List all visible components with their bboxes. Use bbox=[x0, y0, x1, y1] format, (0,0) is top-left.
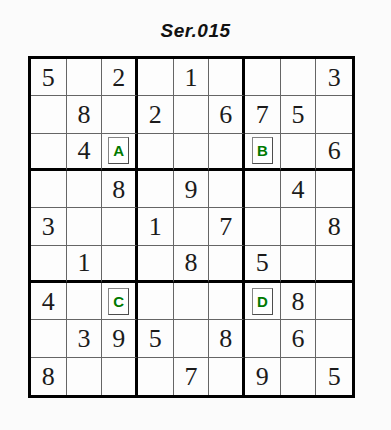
cell-r6c8[interactable] bbox=[281, 246, 317, 283]
marker-letter: D bbox=[257, 294, 268, 309]
cell-value: 3 bbox=[42, 213, 55, 240]
marker-letter: A bbox=[113, 143, 124, 158]
cell-r7c3[interactable]: C bbox=[102, 283, 138, 320]
cell-r3c4[interactable] bbox=[138, 134, 174, 171]
cell-value: 7 bbox=[256, 101, 269, 128]
cell-r7c8[interactable]: 8 bbox=[281, 283, 317, 320]
cell-value: 5 bbox=[291, 101, 304, 128]
cell-r9c6[interactable] bbox=[209, 358, 245, 395]
cell-r2c6[interactable]: 6 bbox=[209, 96, 245, 133]
cell-r8c4[interactable]: 5 bbox=[138, 320, 174, 357]
cell-r4c1[interactable] bbox=[31, 171, 67, 208]
cell-value: 2 bbox=[149, 101, 162, 128]
cell-r8c7[interactable] bbox=[245, 320, 281, 357]
cell-r5c3[interactable] bbox=[102, 208, 138, 245]
cell-r3c7[interactable]: B bbox=[245, 134, 281, 171]
cell-value: 1 bbox=[184, 64, 197, 91]
cell-r7c4[interactable] bbox=[138, 283, 174, 320]
cell-r3c8[interactable] bbox=[281, 134, 317, 171]
cell-r1c4[interactable] bbox=[138, 59, 174, 96]
cell-r9c4[interactable] bbox=[138, 358, 174, 395]
cell-r3c6[interactable] bbox=[209, 134, 245, 171]
cell-r8c8[interactable]: 6 bbox=[281, 320, 317, 357]
cell-r1c6[interactable] bbox=[209, 59, 245, 96]
cell-r2c1[interactable] bbox=[31, 96, 67, 133]
cell-value: 7 bbox=[184, 363, 197, 390]
marker-letter: B bbox=[257, 143, 268, 158]
cell-r3c2[interactable]: 4 bbox=[67, 134, 103, 171]
cell-r9c3[interactable] bbox=[102, 358, 138, 395]
puzzle-title: Ser.015 bbox=[0, 20, 391, 42]
cell-r1c7[interactable] bbox=[245, 59, 281, 96]
cell-r5c8[interactable] bbox=[281, 208, 317, 245]
cell-r1c2[interactable] bbox=[67, 59, 103, 96]
cell-value: 5 bbox=[328, 363, 341, 390]
cell-r4c7[interactable] bbox=[245, 171, 281, 208]
cell-value: 8 bbox=[328, 213, 341, 240]
cell-r6c7[interactable]: 5 bbox=[245, 246, 281, 283]
cell-value: 8 bbox=[112, 176, 125, 203]
cell-r2c9[interactable] bbox=[316, 96, 352, 133]
cell-r9c9[interactable]: 5 bbox=[316, 358, 352, 395]
cell-r8c6[interactable]: 8 bbox=[209, 320, 245, 357]
cell-r6c1[interactable] bbox=[31, 246, 67, 283]
cell-r7c5[interactable] bbox=[174, 283, 210, 320]
cell-r5c1[interactable]: 3 bbox=[31, 208, 67, 245]
cell-r4c4[interactable] bbox=[138, 171, 174, 208]
cell-value: 6 bbox=[219, 101, 232, 128]
sudoku-page: Ser.015 5213826754AB689431781854CD839586… bbox=[0, 0, 391, 430]
cell-r5c5[interactable] bbox=[174, 208, 210, 245]
cell-value: 5 bbox=[256, 249, 269, 276]
cell-r4c9[interactable] bbox=[316, 171, 352, 208]
cell-value: 1 bbox=[149, 213, 162, 240]
cell-value: 8 bbox=[77, 101, 90, 128]
cell-r1c5[interactable]: 1 bbox=[174, 59, 210, 96]
cell-value: 6 bbox=[291, 325, 304, 352]
cell-r5c4[interactable]: 1 bbox=[138, 208, 174, 245]
cell-r2c3[interactable] bbox=[102, 96, 138, 133]
marker-box-a[interactable]: A bbox=[108, 137, 129, 164]
cell-r5c7[interactable] bbox=[245, 208, 281, 245]
cell-r6c9[interactable] bbox=[316, 246, 352, 283]
cell-r9c1[interactable]: 8 bbox=[31, 358, 67, 395]
cell-r1c3[interactable]: 2 bbox=[102, 59, 138, 96]
cell-value: 6 bbox=[328, 137, 341, 164]
cell-r1c9[interactable]: 3 bbox=[316, 59, 352, 96]
cell-value: 8 bbox=[291, 288, 304, 315]
marker-letter: C bbox=[113, 294, 124, 309]
cell-value: 8 bbox=[184, 249, 197, 276]
cell-r1c1[interactable]: 5 bbox=[31, 59, 67, 96]
cell-value: 3 bbox=[77, 325, 90, 352]
cell-r6c3[interactable] bbox=[102, 246, 138, 283]
cell-r9c2[interactable] bbox=[67, 358, 103, 395]
cell-r3c3[interactable]: A bbox=[102, 134, 138, 171]
sudoku-board: 5213826754AB689431781854CD8395868795 bbox=[28, 56, 355, 398]
cell-value: 9 bbox=[112, 325, 125, 352]
cell-r6c6[interactable] bbox=[209, 246, 245, 283]
cell-r4c6[interactable] bbox=[209, 171, 245, 208]
cell-r7c6[interactable] bbox=[209, 283, 245, 320]
cell-r8c2[interactable]: 3 bbox=[67, 320, 103, 357]
cell-r9c5[interactable]: 7 bbox=[174, 358, 210, 395]
cell-r2c5[interactable] bbox=[174, 96, 210, 133]
cell-r2c2[interactable]: 8 bbox=[67, 96, 103, 133]
cell-r8c5[interactable] bbox=[174, 320, 210, 357]
cell-r5c6[interactable]: 7 bbox=[209, 208, 245, 245]
cell-r8c1[interactable] bbox=[31, 320, 67, 357]
cell-r6c5[interactable]: 8 bbox=[174, 246, 210, 283]
marker-box-d[interactable]: D bbox=[252, 288, 273, 315]
cell-value: 7 bbox=[219, 213, 232, 240]
cell-value: 8 bbox=[219, 325, 232, 352]
cell-r2c8[interactable]: 5 bbox=[281, 96, 317, 133]
cell-r7c2[interactable] bbox=[67, 283, 103, 320]
cell-r8c9[interactable] bbox=[316, 320, 352, 357]
marker-box-b[interactable]: B bbox=[252, 137, 273, 164]
cell-value: 4 bbox=[291, 176, 304, 203]
cell-r1c8[interactable] bbox=[281, 59, 317, 96]
cell-r2c4[interactable]: 2 bbox=[138, 96, 174, 133]
cell-value: 5 bbox=[149, 325, 162, 352]
marker-box-c[interactable]: C bbox=[108, 288, 129, 315]
cell-r3c1[interactable] bbox=[31, 134, 67, 171]
cell-r8c3[interactable]: 9 bbox=[102, 320, 138, 357]
cell-value: 1 bbox=[77, 249, 90, 276]
cell-r9c7[interactable]: 9 bbox=[245, 358, 281, 395]
cell-r4c2[interactable] bbox=[67, 171, 103, 208]
cell-r5c2[interactable] bbox=[67, 208, 103, 245]
cell-r3c5[interactable] bbox=[174, 134, 210, 171]
cell-r7c7[interactable]: D bbox=[245, 283, 281, 320]
cell-r4c5[interactable]: 9 bbox=[174, 171, 210, 208]
cell-value: 8 bbox=[42, 363, 55, 390]
cell-value: 9 bbox=[256, 363, 269, 390]
cell-r3c9[interactable]: 6 bbox=[316, 134, 352, 171]
cell-r6c4[interactable] bbox=[138, 246, 174, 283]
cell-value: 2 bbox=[112, 64, 125, 91]
cell-r6c2[interactable]: 1 bbox=[67, 246, 103, 283]
cell-r7c1[interactable]: 4 bbox=[31, 283, 67, 320]
cell-value: 9 bbox=[184, 176, 197, 203]
cell-value: 3 bbox=[328, 64, 341, 91]
cell-r7c9[interactable] bbox=[316, 283, 352, 320]
cell-value: 5 bbox=[42, 64, 55, 91]
cell-r9c8[interactable] bbox=[281, 358, 317, 395]
cell-r5c9[interactable]: 8 bbox=[316, 208, 352, 245]
cell-value: 4 bbox=[77, 137, 90, 164]
cell-value: 4 bbox=[42, 288, 55, 315]
cell-r2c7[interactable]: 7 bbox=[245, 96, 281, 133]
cell-r4c3[interactable]: 8 bbox=[102, 171, 138, 208]
cell-r4c8[interactable]: 4 bbox=[281, 171, 317, 208]
